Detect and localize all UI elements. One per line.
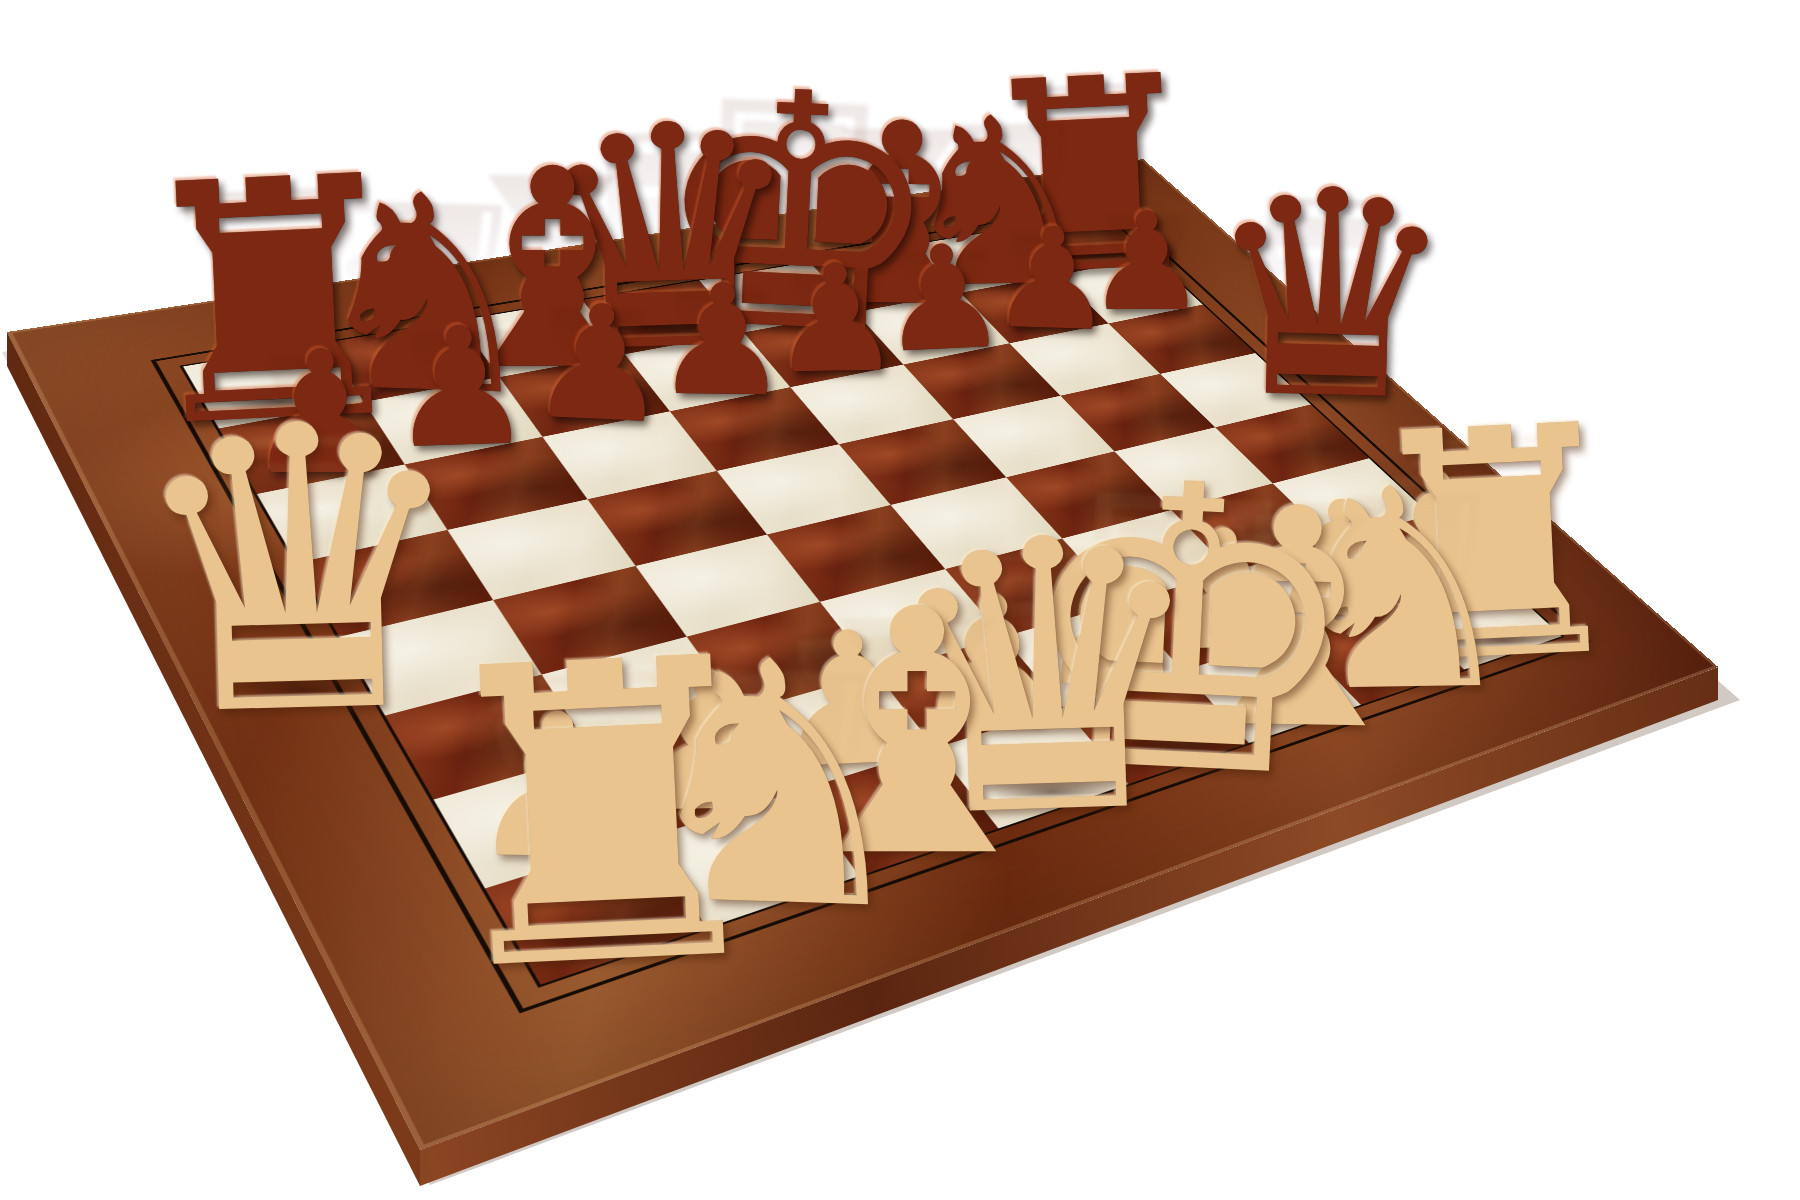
product-photo-stage: ♜♜♞♞♝♝♛♛♚♚♝♝♞♞♜♜♟♟♟♟♟♟♟♟♟♟♟♟♟♟♟♟♟♟♟♟♟♟♟♟… — [0, 0, 1800, 1200]
red-pawn[interactable]: ♟ — [525, 281, 674, 446]
pieces-layer: ♜♜♞♞♝♝♛♛♚♚♝♝♞♞♜♜♟♟♟♟♟♟♟♟♟♟♟♟♟♟♟♟♟♟♟♟♟♟♟♟… — [0, 0, 1800, 1200]
white-rook[interactable]: ♜ — [409, 603, 796, 1030]
